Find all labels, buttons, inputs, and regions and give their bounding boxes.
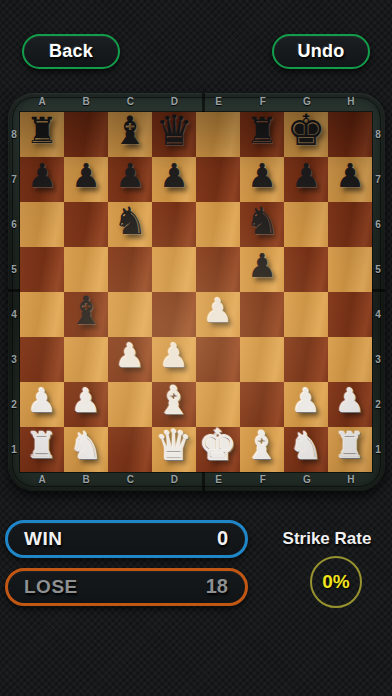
win-value: 0	[217, 527, 228, 550]
rank-label-7: 7	[372, 157, 384, 202]
lose-value: 18	[206, 575, 228, 598]
square-f4[interactable]	[240, 292, 284, 337]
black-pawn[interactable]: ♟	[115, 159, 145, 192]
black-pawn[interactable]: ♟	[71, 159, 101, 192]
rank-label-1: 1	[372, 427, 384, 472]
square-d6[interactable]	[152, 202, 196, 247]
square-b4[interactable]: ♝	[64, 292, 108, 337]
square-a4[interactable]	[20, 292, 64, 337]
square-a5[interactable]	[20, 247, 64, 292]
square-a1[interactable]: ♜	[20, 427, 64, 472]
square-h2[interactable]: ♟	[328, 382, 372, 427]
rank-labels-right: 87654321	[372, 112, 384, 472]
square-h5[interactable]	[328, 247, 372, 292]
file-label-h: H	[329, 474, 373, 488]
undo-button[interactable]: Undo	[272, 34, 370, 69]
square-h6[interactable]	[328, 202, 372, 247]
white-pawn[interactable]: ♟	[159, 339, 189, 372]
file-label-a: A	[20, 96, 64, 110]
square-f7[interactable]: ♟	[240, 157, 284, 202]
white-rook[interactable]: ♜	[26, 428, 58, 464]
file-label-e: E	[197, 96, 241, 110]
square-f6[interactable]: ♞	[240, 202, 284, 247]
file-label-e: E	[197, 474, 241, 488]
rank-label-4: 4	[8, 292, 20, 337]
square-h1[interactable]: ♜	[328, 427, 372, 472]
white-pawn[interactable]: ♟	[203, 294, 233, 327]
square-c5[interactable]	[108, 247, 152, 292]
square-d8[interactable]: ♛	[152, 112, 196, 157]
rank-label-5: 5	[372, 247, 384, 292]
black-king[interactable]: ♚	[287, 109, 326, 152]
black-pawn[interactable]: ♟	[247, 249, 277, 282]
white-rook[interactable]: ♜	[334, 428, 366, 464]
black-bishop[interactable]: ♝	[113, 111, 148, 150]
square-d7[interactable]: ♟	[152, 157, 196, 202]
square-e7[interactable]	[196, 157, 240, 202]
strike-rate-label: Strike Rate	[262, 529, 392, 549]
rank-label-8: 8	[8, 112, 20, 157]
win-label: WIN	[24, 528, 62, 550]
square-f1[interactable]: ♝	[240, 427, 284, 472]
square-g6[interactable]	[284, 202, 328, 247]
square-g8[interactable]: ♚	[284, 112, 328, 157]
white-bishop[interactable]: ♝	[157, 381, 192, 420]
win-counter-bar: WIN 0	[5, 520, 248, 558]
square-f5[interactable]: ♟	[240, 247, 284, 292]
black-pawn[interactable]: ♟	[335, 159, 365, 192]
square-a2[interactable]: ♟	[20, 382, 64, 427]
file-label-a: A	[20, 474, 64, 488]
white-pawn[interactable]: ♟	[71, 384, 101, 417]
white-pawn[interactable]: ♟	[291, 384, 321, 417]
lose-counter-bar: LOSE 18	[5, 568, 248, 606]
square-e1[interactable]: ♚	[196, 427, 240, 472]
square-b1[interactable]: ♞	[64, 427, 108, 472]
square-c3[interactable]: ♟	[108, 337, 152, 382]
rank-label-8: 8	[372, 112, 384, 157]
chess-board: ♜♝♛♜♚♟♟♟♟♟♟♟♞♞♟♝♟♟♟♟♟♝♟♟♜♞♛♚♝♞♜	[20, 112, 372, 472]
black-pawn[interactable]: ♟	[247, 159, 277, 192]
black-bishop[interactable]: ♝	[69, 291, 104, 330]
white-king[interactable]: ♚	[199, 424, 238, 467]
square-h7[interactable]: ♟	[328, 157, 372, 202]
square-d4[interactable]	[152, 292, 196, 337]
white-bishop[interactable]: ♝	[245, 426, 280, 465]
square-d5[interactable]	[152, 247, 196, 292]
rank-label-7: 7	[8, 157, 20, 202]
rank-label-3: 3	[8, 337, 20, 382]
square-g1[interactable]: ♞	[284, 427, 328, 472]
file-label-d: D	[152, 474, 196, 488]
square-h4[interactable]	[328, 292, 372, 337]
rank-label-4: 4	[372, 292, 384, 337]
square-h3[interactable]	[328, 337, 372, 382]
rank-label-6: 6	[372, 202, 384, 247]
black-rook[interactable]: ♜	[26, 113, 58, 149]
file-label-b: B	[64, 474, 108, 488]
square-a3[interactable]	[20, 337, 64, 382]
square-c4[interactable]	[108, 292, 152, 337]
square-c8[interactable]: ♝	[108, 112, 152, 157]
rank-label-3: 3	[372, 337, 384, 382]
square-e5[interactable]	[196, 247, 240, 292]
black-knight[interactable]: ♞	[113, 202, 147, 240]
black-knight[interactable]: ♞	[245, 202, 279, 240]
square-b2[interactable]: ♟	[64, 382, 108, 427]
black-pawn[interactable]: ♟	[159, 159, 189, 192]
square-c2[interactable]	[108, 382, 152, 427]
square-f8[interactable]: ♜	[240, 112, 284, 157]
file-label-f: F	[241, 96, 285, 110]
black-pawn[interactable]: ♟	[27, 159, 57, 192]
square-g2[interactable]: ♟	[284, 382, 328, 427]
black-pawn[interactable]: ♟	[291, 159, 321, 192]
square-h8[interactable]	[328, 112, 372, 157]
black-rook[interactable]: ♜	[246, 113, 278, 149]
square-e4[interactable]: ♟	[196, 292, 240, 337]
chess-app-screen: Back Undo ABCDEFGH ABCDEFGH 87654321 876…	[0, 0, 392, 696]
square-a6[interactable]	[20, 202, 64, 247]
square-c7[interactable]: ♟	[108, 157, 152, 202]
square-g4[interactable]	[284, 292, 328, 337]
white-knight[interactable]: ♞	[289, 427, 323, 465]
square-e8[interactable]	[196, 112, 240, 157]
square-e6[interactable]	[196, 202, 240, 247]
white-knight[interactable]: ♞	[69, 427, 103, 465]
white-pawn[interactable]: ♟	[27, 384, 57, 417]
white-pawn[interactable]: ♟	[115, 339, 145, 372]
square-b8[interactable]	[64, 112, 108, 157]
file-label-c: C	[108, 474, 152, 488]
square-a8[interactable]: ♜	[20, 112, 64, 157]
rank-label-6: 6	[8, 202, 20, 247]
rank-label-5: 5	[8, 247, 20, 292]
strike-rate-value: 0%	[322, 571, 349, 593]
white-pawn[interactable]: ♟	[335, 384, 365, 417]
square-b7[interactable]: ♟	[64, 157, 108, 202]
square-a7[interactable]: ♟	[20, 157, 64, 202]
square-e3[interactable]	[196, 337, 240, 382]
square-f3[interactable]	[240, 337, 284, 382]
lose-label: LOSE	[24, 576, 78, 598]
file-label-g: G	[285, 474, 329, 488]
file-label-h: H	[329, 96, 373, 110]
file-labels-bottom: ABCDEFGH	[20, 474, 373, 488]
back-button[interactable]: Back	[22, 34, 120, 69]
square-b5[interactable]	[64, 247, 108, 292]
square-d3[interactable]: ♟	[152, 337, 196, 382]
square-c1[interactable]	[108, 427, 152, 472]
square-g3[interactable]	[284, 337, 328, 382]
black-queen[interactable]: ♛	[155, 110, 193, 152]
rank-label-2: 2	[372, 382, 384, 427]
square-f2[interactable]	[240, 382, 284, 427]
square-g7[interactable]: ♟	[284, 157, 328, 202]
square-g5[interactable]	[284, 247, 328, 292]
file-label-f: F	[241, 474, 285, 488]
square-b6[interactable]	[64, 202, 108, 247]
chess-board-frame: ABCDEFGH ABCDEFGH 87654321 87654321 ♜♝♛♜…	[8, 93, 385, 491]
square-d1[interactable]: ♛	[152, 427, 196, 472]
square-b3[interactable]	[64, 337, 108, 382]
white-queen[interactable]: ♛	[155, 425, 193, 467]
rank-label-1: 1	[8, 427, 20, 472]
square-c6[interactable]: ♞	[108, 202, 152, 247]
rank-label-2: 2	[8, 382, 20, 427]
rank-labels-left: 87654321	[8, 112, 20, 472]
file-label-b: B	[64, 96, 108, 110]
strike-rate-badge: 0%	[310, 556, 362, 608]
